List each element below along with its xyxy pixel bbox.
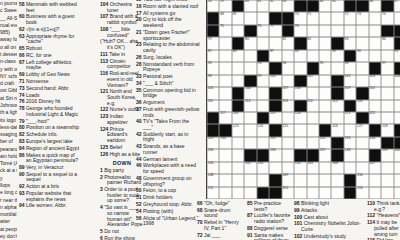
white-cell[interactable] [294,62,306,74]
white-cell[interactable] [282,50,294,62]
white-cell[interactable] [356,162,368,174]
white-cell[interactable] [257,12,269,24]
white-cell[interactable] [244,62,256,74]
black-cell [207,25,219,37]
white-cell[interactable] [331,25,343,37]
clue-number: 66 [197,200,204,206]
white-cell[interactable] [356,62,368,74]
white-cell[interactable] [381,174,393,186]
white-cell[interactable]: 149 [282,174,294,186]
white-cell[interactable] [244,124,256,136]
white-cell[interactable] [394,162,400,174]
white-cell[interactable] [232,25,244,37]
white-cell[interactable]: 123 [232,124,244,136]
white-cell[interactable]: 86 [232,50,244,62]
white-cell[interactable] [294,124,306,136]
black-cell [294,149,306,161]
white-cell[interactable]: 126 [331,124,343,136]
white-cell[interactable] [381,187,393,199]
white-cell[interactable] [232,137,244,149]
white-cell[interactable] [319,37,331,49]
white-cell[interactable]: 111 [207,100,219,112]
white-cell[interactable]: 61 [257,0,269,12]
white-cell[interactable]: 90 [356,50,368,62]
cell-number: 150 [357,174,363,177]
white-cell[interactable]: 119 [269,112,281,124]
clue: 101 Chemistry Nobelist Joliot-Curie [294,221,362,232]
clue: ck at a ski lodge, [0,168,17,174]
white-cell[interactable]: 60 [244,0,256,12]
white-cell[interactable] [232,174,244,186]
white-cell[interactable]: 116 [356,100,368,112]
white-cell[interactable]: 143 [257,162,269,174]
clue-number: 68 [197,207,204,213]
white-cell[interactable]: 136 [269,149,281,161]
white-cell[interactable] [244,187,256,199]
white-cell[interactable]: 128 [381,124,393,136]
white-cell[interactable]: 80 [244,37,256,49]
clue-number: 116 [100,70,109,76]
clue-number: 93 [19,190,26,196]
white-cell[interactable]: 81 [282,37,294,49]
black-cell [356,112,368,124]
white-cell[interactable]: 131 [269,137,281,149]
white-cell[interactable]: 87 [269,50,281,62]
cell-number: 143 [258,162,264,165]
white-cell[interactable]: 125 [282,124,294,136]
black-cell [369,124,381,136]
clue: at Siri runs on [0,96,17,102]
white-cell[interactable] [356,137,368,149]
white-cell[interactable]: 63 [282,0,294,12]
white-cell[interactable] [369,25,381,37]
black-cell [394,124,400,136]
white-cell[interactable]: 106 [244,87,256,99]
cell-number: 138 [345,149,351,152]
clue-number: 5 [100,228,104,234]
cell-number: 62 [270,0,274,3]
clue-number: 42 [136,131,143,137]
black-cell [344,50,356,62]
white-cell[interactable] [307,124,319,136]
white-cell[interactable] [219,149,231,161]
black-cell [394,25,400,37]
white-cell[interactable] [319,87,331,99]
white-cell[interactable] [381,100,393,112]
white-cell[interactable] [319,75,331,87]
white-cell[interactable] [282,112,294,124]
white-cell[interactable]: 140 [394,149,400,161]
white-cell[interactable]: 94 [282,62,294,74]
white-cell[interactable] [381,75,393,87]
white-cell[interactable] [394,87,400,99]
cell-number: 116 [357,100,362,103]
clue: 68 Snare-drum sound [197,208,245,219]
clue-number: 58 [19,1,26,7]
white-cell[interactable]: 105 [207,87,219,99]
white-cell[interactable]: 83 [344,37,356,49]
white-cell[interactable] [269,37,281,49]
black-cell [331,75,343,87]
white-cell[interactable] [369,174,381,186]
white-cell[interactable]: 85 [207,50,219,62]
white-cell[interactable] [356,37,368,49]
white-cell[interactable]: 147 [369,162,381,174]
white-cell[interactable]: 89 [331,50,343,62]
white-cell[interactable] [219,100,231,112]
clue: __ All-Star Race [0,16,17,22]
white-cell[interactable] [381,162,393,174]
white-cell[interactable] [244,174,256,186]
white-cell[interactable] [331,187,343,199]
white-cell[interactable] [219,50,231,62]
clue-number: 69 [19,71,26,77]
clue-number: 50 [136,187,143,193]
white-cell[interactable] [244,137,256,149]
white-cell[interactable] [394,12,400,24]
white-cell[interactable]: 104 [394,75,400,87]
cell-number: 81 [282,38,286,41]
clue: c Sweeney [0,8,17,14]
white-cell[interactable]: 84 [381,37,393,49]
white-cell[interactable] [394,112,400,124]
white-cell[interactable] [356,25,368,37]
white-cell[interactable]: 145 [307,162,319,174]
white-cell[interactable] [307,87,319,99]
clue: 35 Common opening bid in bridge [136,88,200,99]
white-cell[interactable]: 99 [257,75,269,87]
cell-number: 146 [332,162,338,165]
cell-number: 73 [357,13,361,16]
white-cell[interactable] [232,162,244,174]
cell-number: 132 [320,137,326,140]
white-cell[interactable] [381,112,393,124]
white-cell[interactable]: 113 [282,100,294,112]
clue-number: 113 [100,58,109,64]
white-cell[interactable]: 124 [257,124,269,136]
clue-number: 101 [294,220,304,226]
white-cell[interactable] [319,187,331,199]
white-cell[interactable]: 88 [294,50,306,62]
clue-number: 40 [136,118,143,124]
white-cell[interactable]: 117 [219,112,231,124]
white-cell[interactable]: 66 [369,0,381,12]
white-cell[interactable] [307,137,319,149]
clue-number: 48 [136,175,143,181]
clue-number: 66 [19,52,26,58]
clue-number: 3 [100,186,104,192]
white-cell[interactable] [244,112,256,124]
white-cell[interactable]: 59 [219,0,231,12]
white-cell[interactable]: 110 [369,87,381,99]
white-cell[interactable]: 137 [319,149,331,161]
white-cell[interactable]: 122 [369,112,381,124]
clue: 85 Pre-practice tests? [247,201,292,212]
clue-number: 15 [136,0,143,2]
white-cell[interactable]: 132 [319,137,331,149]
white-cell[interactable] [369,12,381,24]
white-cell[interactable]: 67 [394,0,400,12]
white-cell[interactable] [219,187,231,199]
white-cell[interactable]: 114 [307,100,319,112]
white-cell[interactable] [219,87,231,99]
white-cell[interactable]: 112 [244,100,256,112]
white-cell[interactable] [282,162,294,174]
black-cell [294,37,306,49]
cell-number: 122 [369,112,375,115]
white-cell[interactable] [369,37,381,49]
white-cell[interactable] [244,12,256,24]
white-cell[interactable] [219,162,231,174]
clue-number: 33 [136,73,143,79]
white-cell[interactable] [282,137,294,149]
clue-number: 102 [294,233,304,239]
white-cell[interactable] [356,149,368,161]
white-cell[interactable] [319,112,331,124]
cell-number: 152 [282,187,288,190]
clue: 5 Do not [100,229,144,235]
cell-number: 104 [394,75,400,78]
cell-number: 96 [345,62,349,65]
white-cell[interactable]: 107 [282,87,294,99]
black-cell [307,0,319,12]
white-cell[interactable] [319,25,331,37]
white-cell[interactable]: 150 [356,174,368,186]
crossword-grid[interactable]: 5859606162636465666768697071727374757677… [206,0,400,199]
white-cell[interactable]: 152 [282,187,294,199]
white-cell[interactable]: 65 [331,0,343,12]
white-cell[interactable] [232,75,244,87]
cell-number: 133 [345,137,351,140]
white-cell[interactable] [219,75,231,87]
white-cell[interactable] [232,187,244,199]
white-cell[interactable]: 97 [381,62,393,74]
white-cell[interactable] [282,75,294,87]
white-cell[interactable]: 151 [207,187,219,199]
cell-number: 59 [220,0,224,3]
white-cell[interactable]: 78 [294,25,306,37]
white-cell[interactable] [319,12,331,24]
white-cell[interactable]: 62 [269,0,281,12]
white-cell[interactable] [394,187,400,199]
white-cell[interactable]: 74 [381,12,393,24]
clue-number: 87 [247,212,254,218]
white-cell[interactable] [331,62,343,74]
white-cell[interactable] [307,112,319,124]
clue: 985) [0,30,17,36]
clue: ey don't know the [0,234,17,240]
clue-number: 73 [19,85,26,91]
white-cell[interactable] [319,162,331,174]
white-cell[interactable]: 118 [232,112,244,124]
clue-number: 35 [136,87,143,93]
white-cell[interactable]: 95 [319,62,331,74]
white-cell[interactable] [219,37,231,49]
white-cell[interactable]: 144 [294,162,306,174]
white-cell[interactable] [307,50,319,62]
cell-number: 90 [357,50,361,53]
clue-number: 80 [19,124,26,130]
black-cell [219,124,231,136]
clue: 89 Very, in Veracruz [19,165,81,171]
white-cell[interactable] [331,174,343,186]
clue: n alphabetical list [0,205,17,211]
clue: atter [0,219,17,225]
cell-number: 153 [357,187,363,190]
white-cell[interactable] [282,149,294,161]
white-cell[interactable] [394,100,400,112]
clue: 66 RC, for one [19,53,81,59]
white-cell[interactable]: 72 [344,12,356,24]
white-cell[interactable]: 82 [307,37,319,49]
clue: d craft [0,81,17,87]
white-cell[interactable]: 127 [356,124,368,136]
white-cell[interactable] [257,87,269,99]
white-cell[interactable]: 138 [344,149,356,161]
white-cell[interactable] [232,149,244,161]
white-cell[interactable] [257,100,269,112]
white-cell[interactable]: 129 [207,137,219,149]
white-cell[interactable] [331,112,343,124]
white-cell[interactable]: 101 [307,75,319,87]
white-cell[interactable] [369,187,381,199]
clue-number: 85 [247,200,254,206]
cell-number: 118 [233,112,238,115]
white-cell[interactable] [344,25,356,37]
white-cell[interactable] [257,174,269,186]
clue-number: 99 [294,207,301,213]
white-cell[interactable] [344,162,356,174]
clue: n-class activity? [0,59,17,65]
clue-number: 1 [100,167,104,173]
white-cell[interactable]: 70 [294,12,306,24]
white-cell[interactable]: 79 [207,37,219,49]
white-cell[interactable] [394,174,400,186]
white-cell[interactable] [232,62,244,74]
white-cell[interactable] [307,25,319,37]
white-cell[interactable] [257,137,269,149]
black-cell [381,25,393,37]
cell-number: 127 [357,125,363,128]
black-cell [207,112,219,124]
clue: 87 Lucifer's favorite radio station? [247,213,292,224]
white-cell[interactable]: 134 [369,137,381,149]
clue: away for meditation [0,37,17,43]
white-cell[interactable]: 73 [356,12,368,24]
white-cell[interactable] [369,100,381,112]
white-cell[interactable]: 130 [219,137,231,149]
clue: 6 Run the show [100,236,144,240]
clue: 34 "___ & Stitch" [136,81,200,87]
black-cell [232,100,244,112]
white-cell[interactable]: 69 [232,12,244,24]
white-cell[interactable]: 108 [294,87,306,99]
white-cell[interactable] [331,12,343,24]
white-cell[interactable]: 91 [394,50,400,62]
white-cell[interactable] [381,50,393,62]
clue-number: 54 [136,208,143,214]
white-cell[interactable]: 120 [294,112,306,124]
white-cell[interactable]: 135 [207,149,219,161]
white-cell[interactable]: 102 [344,75,356,87]
white-cell[interactable] [294,174,306,186]
white-cell[interactable] [344,124,356,136]
white-cell[interactable]: 68 [219,12,231,24]
white-cell[interactable]: 77 [269,25,281,37]
white-cell[interactable] [294,187,306,199]
white-cell[interactable]: 100 [269,75,281,87]
white-cell[interactable] [319,50,331,62]
white-cell[interactable]: 146 [331,162,343,174]
white-cell[interactable] [307,187,319,199]
cell-number: 148 [208,174,214,177]
cell-number: 61 [258,0,262,3]
clue: 71 Nonsense [19,79,81,85]
cell-number: 72 [345,13,349,16]
clue-number: 44 [136,156,143,162]
white-cell[interactable]: 121 [344,112,356,124]
white-cell[interactable] [257,37,269,49]
clue: 90 Sequel to a sequel to a sequel [19,172,81,183]
white-cell[interactable] [307,174,319,186]
white-cell[interactable]: 133 [344,137,356,149]
white-cell[interactable]: 58 [207,0,219,12]
white-cell[interactable]: 75 [219,25,231,37]
cell-number: 83 [345,38,349,41]
white-cell[interactable] [219,62,231,74]
clue-number: 78 [19,105,26,111]
white-cell[interactable] [269,162,281,174]
white-cell[interactable]: 142 [244,162,256,174]
clue: 72 Jai ___ [197,233,245,239]
white-cell[interactable] [294,137,306,149]
white-cell[interactable]: 109 [344,87,356,99]
black-cell [232,37,244,49]
white-cell[interactable]: 92 [207,62,219,74]
clue: 83 Europe's largest lake [19,139,81,145]
white-cell[interactable] [219,174,231,186]
black-cell [232,87,244,99]
white-cell[interactable]: 71 [307,12,319,24]
white-cell[interactable]: 153 [356,187,368,199]
cell-number: 94 [282,62,286,65]
white-cell[interactable] [369,50,381,62]
clue: 43 Strands, as a base runner [136,144,200,155]
clue: llops [0,183,17,189]
white-cell[interactable]: 103 [369,75,381,87]
white-cell[interactable] [319,100,331,112]
cell-number: 139 [382,149,388,152]
clue: 66 "Oh, fudge" [197,201,245,207]
white-cell[interactable] [244,50,256,62]
white-cell[interactable]: 115 [331,100,343,112]
white-cell[interactable]: 141 [207,162,219,174]
clue: nual event since [0,23,17,29]
white-cell[interactable] [319,174,331,186]
cell-number: 120 [295,112,301,115]
white-cell[interactable]: 148 [207,174,219,186]
white-cell[interactable]: 98 [207,75,219,87]
clue-number: 123 [100,113,110,119]
white-cell[interactable]: 96 [344,62,356,74]
white-cell[interactable]: 139 [381,149,393,161]
white-cell[interactable]: 93 [257,62,269,74]
white-cell[interactable] [356,75,368,87]
white-cell[interactable]: 76 [257,25,269,37]
white-cell[interactable]: 64 [319,0,331,12]
white-cell[interactable] [381,87,393,99]
cell-number: 80 [245,38,249,41]
